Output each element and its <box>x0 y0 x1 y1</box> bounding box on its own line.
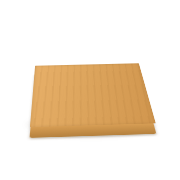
go-board-surface <box>30 63 156 127</box>
photo-canvas <box>0 0 180 180</box>
go-board-3d-scene <box>30 63 156 127</box>
